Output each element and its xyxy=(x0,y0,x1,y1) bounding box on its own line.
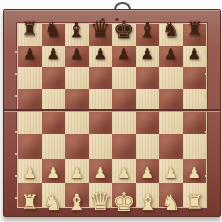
frame-pin-icon xyxy=(205,51,207,53)
white-knight[interactable]: ♞ xyxy=(44,192,63,213)
white-queen[interactable]: ♛ xyxy=(89,190,111,215)
square-c4[interactable] xyxy=(65,110,89,134)
black-pawn[interactable]: ♟ xyxy=(47,47,60,62)
chess-board: ♜♞♝♛♚♝♞♜♟♟♟♟♟♟♟♟♟♟♟♟♟♟♟♟♜♞♝♛♚♝♞♜ xyxy=(18,24,206,207)
square-e6[interactable] xyxy=(112,67,136,89)
white-pawn[interactable]: ♟ xyxy=(117,166,130,181)
square-e8[interactable]: ♚ xyxy=(112,24,136,46)
square-d5[interactable] xyxy=(89,89,113,111)
black-pawn[interactable]: ♟ xyxy=(117,47,130,62)
frame-pin-icon xyxy=(15,73,17,75)
square-g8[interactable]: ♞ xyxy=(159,24,183,46)
square-g6[interactable] xyxy=(159,67,183,89)
black-pawn[interactable]: ♟ xyxy=(188,47,201,62)
frame-pin-icon xyxy=(15,51,17,53)
square-h6[interactable] xyxy=(183,67,207,89)
white-rook[interactable]: ♜ xyxy=(185,193,203,213)
square-e4[interactable] xyxy=(112,110,136,134)
black-king[interactable]: ♚ xyxy=(113,18,134,42)
fold-seam xyxy=(4,109,220,112)
white-rook[interactable]: ♜ xyxy=(21,193,39,213)
square-e3[interactable] xyxy=(112,134,136,158)
black-pawn[interactable]: ♟ xyxy=(94,47,107,62)
square-a6[interactable] xyxy=(18,67,42,89)
square-d3[interactable] xyxy=(89,134,113,158)
white-pawn[interactable]: ♟ xyxy=(141,166,154,181)
square-f6[interactable] xyxy=(136,67,160,89)
black-rook[interactable]: ♜ xyxy=(186,21,202,39)
white-pawn[interactable]: ♟ xyxy=(23,166,36,181)
white-bishop[interactable]: ♝ xyxy=(67,192,87,214)
square-g1[interactable]: ♞ xyxy=(159,183,183,207)
black-rook[interactable]: ♜ xyxy=(22,21,38,39)
square-d2[interactable]: ♟ xyxy=(89,159,113,183)
white-bishop[interactable]: ♝ xyxy=(137,192,157,214)
square-b3[interactable] xyxy=(42,134,66,158)
frame-pin-icon xyxy=(15,197,17,199)
square-g3[interactable] xyxy=(159,134,183,158)
square-c1[interactable]: ♝ xyxy=(65,183,89,207)
square-e7[interactable]: ♟ xyxy=(112,46,136,68)
frame-pin-icon xyxy=(15,131,17,133)
square-f7[interactable]: ♟ xyxy=(136,46,160,68)
square-b8[interactable]: ♞ xyxy=(42,24,66,46)
square-f5[interactable] xyxy=(136,89,160,111)
frame-pin-icon xyxy=(205,197,207,199)
square-h8[interactable]: ♜ xyxy=(183,24,207,46)
square-c2[interactable]: ♟ xyxy=(65,159,89,183)
square-e1[interactable]: ♚ xyxy=(112,183,136,207)
frame-pin-icon xyxy=(205,153,207,155)
square-b2[interactable]: ♟ xyxy=(42,159,66,183)
square-f2[interactable]: ♟ xyxy=(136,159,160,183)
square-b6[interactable] xyxy=(42,67,66,89)
black-pawn[interactable]: ♟ xyxy=(141,47,154,62)
white-pawn[interactable]: ♟ xyxy=(164,166,177,181)
white-pawn[interactable]: ♟ xyxy=(188,166,201,181)
square-b5[interactable] xyxy=(42,89,66,111)
frame-pin-icon xyxy=(205,95,207,97)
square-h7[interactable]: ♟ xyxy=(183,46,207,68)
square-h3[interactable] xyxy=(183,134,207,158)
black-knight[interactable]: ♞ xyxy=(162,20,179,39)
square-e2[interactable]: ♟ xyxy=(112,159,136,183)
white-king[interactable]: ♚ xyxy=(112,190,135,216)
square-d8[interactable]: ♛ xyxy=(89,24,113,46)
square-f1[interactable]: ♝ xyxy=(136,183,160,207)
square-d1[interactable]: ♛ xyxy=(89,183,113,207)
white-pawn[interactable]: ♟ xyxy=(94,166,107,181)
square-f8[interactable]: ♝ xyxy=(136,24,160,46)
square-d6[interactable] xyxy=(89,67,113,89)
square-e5[interactable] xyxy=(112,89,136,111)
square-h1[interactable]: ♜ xyxy=(183,183,207,207)
square-g2[interactable]: ♟ xyxy=(159,159,183,183)
black-pawn[interactable]: ♟ xyxy=(164,47,177,62)
square-b1[interactable]: ♞ xyxy=(42,183,66,207)
square-a3[interactable] xyxy=(18,134,42,158)
square-f3[interactable] xyxy=(136,134,160,158)
square-g4[interactable] xyxy=(159,110,183,134)
white-knight[interactable]: ♞ xyxy=(161,192,180,213)
white-pawn[interactable]: ♟ xyxy=(70,166,83,181)
frame-pin-icon xyxy=(15,95,17,97)
square-b7[interactable]: ♟ xyxy=(42,46,66,68)
square-d4[interactable] xyxy=(89,110,113,134)
black-bishop[interactable]: ♝ xyxy=(138,19,156,40)
white-pawn[interactable]: ♟ xyxy=(47,166,60,181)
square-b4[interactable] xyxy=(42,110,66,134)
black-bishop[interactable]: ♝ xyxy=(68,19,86,40)
frame-pin-icon xyxy=(205,175,207,177)
square-d7[interactable]: ♟ xyxy=(89,46,113,68)
frame-pin-icon xyxy=(205,131,207,133)
square-g7[interactable]: ♟ xyxy=(159,46,183,68)
square-c8[interactable]: ♝ xyxy=(65,24,89,46)
square-h2[interactable]: ♟ xyxy=(183,159,207,183)
black-knight[interactable]: ♞ xyxy=(45,20,62,39)
square-a1[interactable]: ♜ xyxy=(18,183,42,207)
square-c6[interactable] xyxy=(65,67,89,89)
square-a8[interactable]: ♜ xyxy=(18,24,42,46)
black-pawn[interactable]: ♟ xyxy=(70,47,83,62)
square-c3[interactable] xyxy=(65,134,89,158)
folding-chess-box: ♜♞♝♛♚♝♞♜♟♟♟♟♟♟♟♟♟♟♟♟♟♟♟♟♜♞♝♛♚♝♞♜ xyxy=(3,9,221,217)
black-pawn[interactable]: ♟ xyxy=(23,47,36,62)
square-a5[interactable] xyxy=(18,89,42,111)
square-a2[interactable]: ♟ xyxy=(18,159,42,183)
square-a7[interactable]: ♟ xyxy=(18,46,42,68)
square-h4[interactable] xyxy=(183,110,207,134)
frame-pin-icon xyxy=(205,73,207,75)
black-queen[interactable]: ♛ xyxy=(90,18,110,41)
frame-pin-icon xyxy=(15,153,17,155)
square-h5[interactable] xyxy=(183,89,207,111)
square-c7[interactable]: ♟ xyxy=(65,46,89,68)
chess-set-photo: ♜♞♝♛♚♝♞♜♟♟♟♟♟♟♟♟♟♟♟♟♟♟♟♟♜♞♝♛♚♝♞♜ xyxy=(0,0,222,222)
square-g5[interactable] xyxy=(159,89,183,111)
square-c5[interactable] xyxy=(65,89,89,111)
frame-pin-icon xyxy=(15,175,17,177)
square-a4[interactable] xyxy=(18,110,42,134)
square-f4[interactable] xyxy=(136,110,160,134)
